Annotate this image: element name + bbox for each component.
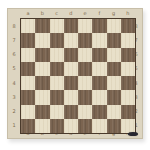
square-d1[interactable] [64, 119, 78, 133]
square-a6[interactable] [21, 48, 35, 62]
square-a1[interactable] [21, 119, 35, 133]
rank-label-5: 5 [9, 62, 19, 76]
square-d2[interactable] [64, 105, 78, 119]
square-a3[interactable] [21, 90, 35, 104]
square-f2[interactable] [92, 105, 106, 119]
file-label-f: f [92, 10, 106, 17]
square-f1[interactable] [92, 119, 106, 133]
square-g8[interactable] [107, 19, 121, 33]
square-c6[interactable] [50, 48, 64, 62]
square-e8[interactable] [78, 19, 92, 33]
page-background: abcdefgh abcdefgh 87654321 87654321 [0, 0, 150, 150]
square-f5[interactable] [92, 62, 106, 76]
square-g7[interactable] [107, 33, 121, 47]
square-e4[interactable] [78, 76, 92, 90]
square-h3[interactable] [121, 90, 135, 104]
square-d3[interactable] [64, 90, 78, 104]
square-e2[interactable] [78, 105, 92, 119]
square-e1[interactable] [78, 119, 92, 133]
board-grid [20, 18, 136, 134]
square-c4[interactable] [50, 76, 64, 90]
square-c8[interactable] [50, 19, 64, 33]
square-b3[interactable] [35, 90, 49, 104]
square-a5[interactable] [21, 62, 35, 76]
file-labels-top: abcdefgh [21, 10, 135, 17]
square-b5[interactable] [35, 62, 49, 76]
square-g6[interactable] [107, 48, 121, 62]
brand-logo-oval [128, 132, 138, 136]
square-d7[interactable] [64, 33, 78, 47]
square-d4[interactable] [64, 76, 78, 90]
square-d6[interactable] [64, 48, 78, 62]
rank-label-6: 6 [9, 48, 19, 62]
square-h7[interactable] [121, 33, 135, 47]
square-a8[interactable] [21, 19, 35, 33]
rank-label-8: 8 [9, 19, 19, 33]
square-b6[interactable] [35, 48, 49, 62]
square-h4[interactable] [121, 76, 135, 90]
rank-labels-left: 87654321 [9, 19, 19, 133]
rank-label-4: 4 [9, 76, 19, 90]
square-f3[interactable] [92, 90, 106, 104]
square-a7[interactable] [21, 33, 35, 47]
square-f8[interactable] [92, 19, 106, 33]
rank-label-7: 7 [9, 33, 19, 47]
square-e3[interactable] [78, 90, 92, 104]
square-a2[interactable] [21, 105, 35, 119]
square-h2[interactable] [121, 105, 135, 119]
square-f4[interactable] [92, 76, 106, 90]
square-e6[interactable] [78, 48, 92, 62]
rank-label-3: 3 [9, 90, 19, 104]
square-f6[interactable] [92, 48, 106, 62]
square-c1[interactable] [50, 119, 64, 133]
square-g4[interactable] [107, 76, 121, 90]
square-a4[interactable] [21, 76, 35, 90]
square-b7[interactable] [35, 33, 49, 47]
file-label-d: d [64, 10, 78, 17]
chessboard: abcdefgh abcdefgh 87654321 87654321 [7, 8, 143, 139]
square-c7[interactable] [50, 33, 64, 47]
square-f7[interactable] [92, 33, 106, 47]
file-label-b: b [35, 10, 49, 17]
square-b2[interactable] [35, 105, 49, 119]
square-b1[interactable] [35, 119, 49, 133]
file-label-h: h [121, 10, 135, 17]
square-g5[interactable] [107, 62, 121, 76]
square-e7[interactable] [78, 33, 92, 47]
square-g2[interactable] [107, 105, 121, 119]
square-c2[interactable] [50, 105, 64, 119]
rank-label-2: 2 [9, 105, 19, 119]
square-h6[interactable] [121, 48, 135, 62]
square-h1[interactable] [121, 119, 135, 133]
rank-label-1: 1 [9, 119, 19, 133]
square-d5[interactable] [64, 62, 78, 76]
square-b8[interactable] [35, 19, 49, 33]
square-c3[interactable] [50, 90, 64, 104]
file-label-a: a [21, 10, 35, 17]
square-b4[interactable] [35, 76, 49, 90]
square-h5[interactable] [121, 62, 135, 76]
square-g3[interactable] [107, 90, 121, 104]
square-e5[interactable] [78, 62, 92, 76]
square-g1[interactable] [107, 119, 121, 133]
file-label-c: c [50, 10, 64, 17]
square-d8[interactable] [64, 19, 78, 33]
square-c5[interactable] [50, 62, 64, 76]
square-h8[interactable] [121, 19, 135, 33]
file-label-g: g [107, 10, 121, 17]
file-label-e: e [78, 10, 92, 17]
